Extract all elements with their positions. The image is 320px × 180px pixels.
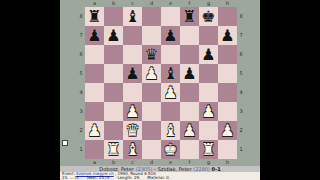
square-c3[interactable]: ♟ bbox=[123, 102, 142, 121]
piece-white-pawn[interactable]: ♟ bbox=[87, 121, 101, 140]
file-label-d: d bbox=[142, 159, 161, 166]
square-g5[interactable] bbox=[199, 64, 218, 83]
square-g6[interactable]: ♟ bbox=[199, 45, 218, 64]
square-b2[interactable] bbox=[104, 121, 123, 140]
piece-black-pawn[interactable]: ♟ bbox=[163, 26, 177, 45]
piece-black-pawn[interactable]: ♟ bbox=[106, 26, 120, 45]
piece-black-rook[interactable]: ♜ bbox=[87, 7, 101, 26]
square-e5[interactable]: ♝ bbox=[161, 64, 180, 83]
rank-label-2: 2 bbox=[77, 121, 85, 140]
square-c4[interactable] bbox=[123, 83, 142, 102]
rank-label-1: 1 bbox=[237, 140, 245, 159]
file-label-d: d bbox=[142, 0, 161, 7]
rank-labels-left: 87654321 bbox=[77, 7, 85, 159]
rank-label-5: 5 bbox=[77, 64, 85, 83]
piece-white-bishop[interactable]: ♝ bbox=[125, 140, 139, 159]
square-e2[interactable]: ♝ bbox=[161, 121, 180, 140]
piece-white-pawn[interactable]: ♟ bbox=[125, 102, 139, 121]
piece-black-bishop[interactable]: ♝ bbox=[125, 7, 139, 26]
square-d6[interactable]: ♛ bbox=[142, 45, 161, 64]
rank-label-2: 2 bbox=[237, 121, 245, 140]
game-viewport: abcdefgh 87654321 ♜♝♜♚♟♟♟♟♛♟♟♟♝♟♟♟♟♟♛♝♟♟… bbox=[60, 0, 260, 180]
file-label-c: c bbox=[123, 0, 142, 7]
piece-black-bishop[interactable]: ♝ bbox=[163, 64, 177, 83]
square-d4[interactable] bbox=[142, 83, 161, 102]
square-e6[interactable] bbox=[161, 45, 180, 64]
rank-label-8: 8 bbox=[237, 7, 245, 26]
board-marker-icon[interactable] bbox=[62, 140, 68, 146]
square-g8[interactable]: ♚ bbox=[199, 7, 218, 26]
board-frame: abcdefgh 87654321 ♜♝♜♚♟♟♟♟♛♟♟♟♝♟♟♟♟♟♛♝♟♟… bbox=[60, 0, 260, 166]
square-g2[interactable] bbox=[199, 121, 218, 140]
file-label-b: b bbox=[104, 0, 123, 7]
piece-black-pawn[interactable]: ♟ bbox=[125, 64, 139, 83]
square-g3[interactable]: ♟ bbox=[199, 102, 218, 121]
square-f2[interactable]: ♟ bbox=[180, 121, 199, 140]
square-d7[interactable] bbox=[142, 26, 161, 45]
rank-label-6: 6 bbox=[77, 45, 85, 64]
square-f6[interactable] bbox=[180, 45, 199, 64]
piece-white-rook[interactable]: ♜ bbox=[106, 140, 120, 159]
square-h5[interactable] bbox=[218, 64, 237, 83]
square-h1[interactable] bbox=[218, 140, 237, 159]
square-a4[interactable] bbox=[85, 83, 104, 102]
info-panel: Event: Szolnok megyei ch , 1990, Round 6… bbox=[60, 172, 260, 180]
square-d8[interactable] bbox=[142, 7, 161, 26]
piece-white-pawn[interactable]: ♟ bbox=[144, 64, 158, 83]
square-f4[interactable] bbox=[180, 83, 199, 102]
square-g1[interactable]: ♜ bbox=[199, 140, 218, 159]
file-label-e: e bbox=[161, 159, 180, 166]
piece-black-queen[interactable]: ♛ bbox=[144, 45, 158, 64]
square-h8[interactable] bbox=[218, 7, 237, 26]
file-label-f: f bbox=[180, 159, 199, 166]
rank-label-3: 3 bbox=[237, 102, 245, 121]
game-length: Length: 29 bbox=[118, 175, 140, 180]
rank-label-7: 7 bbox=[77, 26, 85, 45]
file-label-g: g bbox=[199, 159, 218, 166]
square-d5[interactable]: ♟ bbox=[142, 64, 161, 83]
square-h3[interactable] bbox=[218, 102, 237, 121]
square-e8[interactable] bbox=[161, 7, 180, 26]
square-c1[interactable]: ♝ bbox=[123, 140, 142, 159]
square-a7[interactable]: ♟ bbox=[85, 26, 104, 45]
square-c6[interactable] bbox=[123, 45, 142, 64]
piece-black-pawn[interactable]: ♟ bbox=[201, 45, 215, 64]
rank-label-8: 8 bbox=[77, 7, 85, 26]
square-h4[interactable] bbox=[218, 83, 237, 102]
next-move: Next: 24.f4 bbox=[87, 175, 109, 180]
square-a5[interactable] bbox=[85, 64, 104, 83]
file-labels-top: abcdefgh bbox=[85, 0, 237, 7]
piece-black-rook[interactable]: ♜ bbox=[182, 7, 196, 26]
material-balance: Material: 0 bbox=[147, 175, 168, 180]
square-h2[interactable]: ♟ bbox=[218, 121, 237, 140]
square-b4[interactable] bbox=[104, 83, 123, 102]
square-e7[interactable]: ♟ bbox=[161, 26, 180, 45]
square-f5[interactable]: ♟ bbox=[180, 64, 199, 83]
piece-black-pawn[interactable]: ♟ bbox=[220, 26, 234, 45]
square-a8[interactable]: ♜ bbox=[85, 7, 104, 26]
square-e3[interactable] bbox=[161, 102, 180, 121]
rank-label-7: 7 bbox=[237, 26, 245, 45]
square-d1[interactable] bbox=[142, 140, 161, 159]
square-g7[interactable] bbox=[199, 26, 218, 45]
file-label-a: a bbox=[85, 159, 104, 166]
square-f3[interactable] bbox=[180, 102, 199, 121]
rank-label-4: 4 bbox=[77, 83, 85, 102]
square-d3[interactable] bbox=[142, 102, 161, 121]
piece-black-pawn[interactable]: ♟ bbox=[182, 64, 196, 83]
square-c5[interactable]: ♟ bbox=[123, 64, 142, 83]
rank-label-1: 1 bbox=[77, 140, 85, 159]
rank-label-3: 3 bbox=[77, 102, 85, 121]
square-f1[interactable] bbox=[180, 140, 199, 159]
square-a1[interactable] bbox=[85, 140, 104, 159]
square-h6[interactable] bbox=[218, 45, 237, 64]
piece-white-pawn[interactable]: ♟ bbox=[220, 121, 234, 140]
piece-white-rook[interactable]: ♜ bbox=[201, 140, 215, 159]
piece-white-king[interactable]: ♚ bbox=[163, 140, 177, 159]
piece-black-pawn[interactable]: ♟ bbox=[87, 26, 101, 45]
square-h7[interactable]: ♟ bbox=[218, 26, 237, 45]
square-b6[interactable] bbox=[104, 45, 123, 64]
file-labels-bottom: abcdefgh bbox=[85, 159, 237, 166]
square-f8[interactable]: ♜ bbox=[180, 7, 199, 26]
square-b1[interactable]: ♜ bbox=[104, 140, 123, 159]
square-a3[interactable] bbox=[85, 102, 104, 121]
square-e4[interactable]: ♟ bbox=[161, 83, 180, 102]
file-label-c: c bbox=[123, 159, 142, 166]
file-label-h: h bbox=[218, 159, 237, 166]
file-label-b: b bbox=[104, 159, 123, 166]
file-label-f: f bbox=[180, 0, 199, 7]
square-b3[interactable] bbox=[104, 102, 123, 121]
square-g4[interactable] bbox=[199, 83, 218, 102]
square-c8[interactable]: ♝ bbox=[123, 7, 142, 26]
piece-white-pawn[interactable]: ♟ bbox=[182, 121, 196, 140]
file-label-a: a bbox=[85, 0, 104, 7]
square-b8[interactable] bbox=[104, 7, 123, 26]
piece-white-pawn[interactable]: ♟ bbox=[163, 83, 177, 102]
piece-white-pawn[interactable]: ♟ bbox=[201, 102, 215, 121]
chess-board: ♜♝♜♚♟♟♟♟♛♟♟♟♝♟♟♟♟♟♛♝♟♟♜♝♚♜ bbox=[85, 7, 237, 159]
square-d2[interactable] bbox=[142, 121, 161, 140]
file-label-g: g bbox=[199, 0, 218, 7]
rank-label-4: 4 bbox=[237, 83, 245, 102]
move-row: 23. ... f5 Next: 24.f4 Length: 29 Materi… bbox=[62, 176, 258, 180]
square-c2[interactable]: ♛ bbox=[123, 121, 142, 140]
last-move: 23. ... f5 bbox=[62, 175, 79, 180]
square-f7[interactable] bbox=[180, 26, 199, 45]
file-label-h: h bbox=[218, 0, 237, 7]
piece-white-bishop[interactable]: ♝ bbox=[163, 121, 177, 140]
rank-labels-right: 87654321 bbox=[237, 7, 245, 159]
square-c7[interactable] bbox=[123, 26, 142, 45]
file-label-e: e bbox=[161, 0, 180, 7]
square-a6[interactable] bbox=[85, 45, 104, 64]
piece-black-king[interactable]: ♚ bbox=[201, 7, 215, 26]
rank-label-6: 6 bbox=[237, 45, 245, 64]
square-b7[interactable]: ♟ bbox=[104, 26, 123, 45]
piece-white-queen[interactable]: ♛ bbox=[125, 121, 139, 140]
square-b5[interactable] bbox=[104, 64, 123, 83]
square-a2[interactable]: ♟ bbox=[85, 121, 104, 140]
rank-label-5: 5 bbox=[237, 64, 245, 83]
square-e1[interactable]: ♚ bbox=[161, 140, 180, 159]
